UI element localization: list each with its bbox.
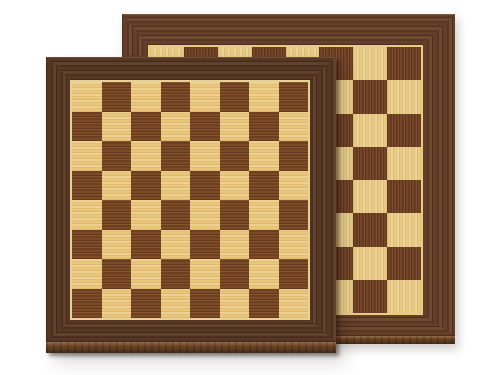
product-photo-two-chessboards xyxy=(0,0,500,375)
square-b1 xyxy=(102,289,132,319)
front-board-playing-field xyxy=(70,80,310,320)
square-g2 xyxy=(353,247,387,280)
square-e7 xyxy=(190,112,220,142)
square-d5 xyxy=(161,171,191,201)
square-b5 xyxy=(102,171,132,201)
front-board-frame-bottom-rail xyxy=(46,320,336,342)
square-d8 xyxy=(161,82,191,112)
square-g1 xyxy=(249,289,279,319)
square-f3 xyxy=(220,230,250,260)
square-d6 xyxy=(161,141,191,171)
square-g6 xyxy=(353,114,387,147)
square-h7 xyxy=(387,80,421,113)
square-f6 xyxy=(220,141,250,171)
square-b3 xyxy=(102,230,132,260)
square-g5 xyxy=(249,171,279,201)
square-h8 xyxy=(279,82,309,112)
square-e4 xyxy=(190,200,220,230)
square-f7 xyxy=(220,112,250,142)
square-b8 xyxy=(102,82,132,112)
front-chessboard xyxy=(46,57,336,353)
square-c8 xyxy=(131,82,161,112)
square-h7 xyxy=(279,112,309,142)
square-b7 xyxy=(102,112,132,142)
square-g1 xyxy=(353,280,387,313)
square-g5 xyxy=(353,147,387,180)
square-a1 xyxy=(72,289,102,319)
square-g8 xyxy=(353,47,387,80)
square-f2 xyxy=(220,259,250,289)
square-h4 xyxy=(387,180,421,213)
square-d1 xyxy=(161,289,191,319)
square-c4 xyxy=(131,200,161,230)
square-h1 xyxy=(387,280,421,313)
square-c5 xyxy=(131,171,161,201)
square-d4 xyxy=(161,200,191,230)
front-board-side-edge xyxy=(46,342,336,353)
square-h3 xyxy=(279,230,309,260)
square-h2 xyxy=(387,247,421,280)
square-e3 xyxy=(190,230,220,260)
square-h5 xyxy=(387,147,421,180)
square-g6 xyxy=(249,141,279,171)
square-g4 xyxy=(249,200,279,230)
square-g2 xyxy=(249,259,279,289)
square-a3 xyxy=(72,230,102,260)
square-e5 xyxy=(190,171,220,201)
square-a5 xyxy=(72,171,102,201)
square-h8 xyxy=(387,47,421,80)
square-h5 xyxy=(279,171,309,201)
square-c1 xyxy=(131,289,161,319)
square-c6 xyxy=(131,141,161,171)
square-h6 xyxy=(279,141,309,171)
square-a8 xyxy=(72,82,102,112)
square-e1 xyxy=(190,289,220,319)
square-d7 xyxy=(161,112,191,142)
square-e6 xyxy=(190,141,220,171)
square-g7 xyxy=(249,112,279,142)
square-a6 xyxy=(72,141,102,171)
square-g7 xyxy=(353,80,387,113)
square-b4 xyxy=(102,200,132,230)
square-h3 xyxy=(387,213,421,246)
square-g3 xyxy=(249,230,279,260)
square-a7 xyxy=(72,112,102,142)
square-e8 xyxy=(190,82,220,112)
square-c2 xyxy=(131,259,161,289)
square-g4 xyxy=(353,180,387,213)
square-a2 xyxy=(72,259,102,289)
square-h4 xyxy=(279,200,309,230)
square-e2 xyxy=(190,259,220,289)
square-f1 xyxy=(220,289,250,319)
square-d3 xyxy=(161,230,191,260)
square-a4 xyxy=(72,200,102,230)
square-g3 xyxy=(353,213,387,246)
square-b2 xyxy=(102,259,132,289)
square-c3 xyxy=(131,230,161,260)
square-d2 xyxy=(161,259,191,289)
square-b6 xyxy=(102,141,132,171)
square-f8 xyxy=(220,82,250,112)
square-f4 xyxy=(220,200,250,230)
square-f5 xyxy=(220,171,250,201)
back-board-frame-top-rail xyxy=(122,14,455,45)
square-c7 xyxy=(131,112,161,142)
square-h6 xyxy=(387,114,421,147)
square-g8 xyxy=(249,82,279,112)
front-board-frame-top-rail xyxy=(46,57,336,80)
square-h1 xyxy=(279,289,309,319)
square-h2 xyxy=(279,259,309,289)
